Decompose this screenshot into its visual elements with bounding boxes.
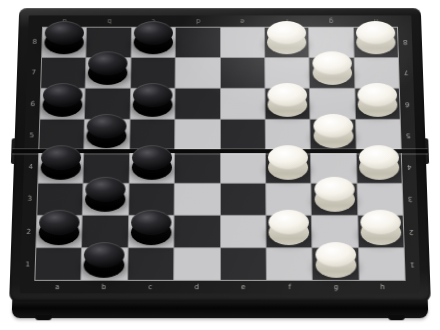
black-checker-b3[interactable] (85, 177, 126, 213)
white-checker-h4[interactable] (359, 145, 400, 181)
black-checker-b7[interactable] (88, 52, 128, 86)
rank-label-8: 8 (27, 27, 42, 58)
white-checker-f6[interactable] (268, 83, 308, 118)
board-foot-left (35, 315, 52, 320)
white-checker-g5[interactable] (313, 114, 353, 149)
photo-background: abcdefgh abcdefgh 87654321 87654321 (0, 0, 440, 330)
black-checker-a6[interactable] (42, 83, 83, 118)
rank-label-7: 7 (26, 57, 41, 88)
black-checker-b1[interactable] (84, 242, 125, 279)
piece-layer (34, 27, 405, 281)
file-label-a: a (34, 281, 81, 293)
rank-label-6: 6 (25, 88, 40, 119)
rank-label-5: 5 (24, 120, 39, 152)
black-checker-c6[interactable] (132, 83, 172, 118)
black-checker-a4[interactable] (40, 145, 81, 181)
file-label-d: d (173, 281, 220, 293)
piece-top-face (269, 209, 310, 234)
piece-top-face (132, 145, 172, 170)
file-label-d: d (176, 15, 220, 26)
file-labels-top: abcdefgh (42, 15, 398, 26)
file-label-e: e (220, 281, 267, 293)
piece-top-face (360, 209, 401, 234)
black-checker-c8[interactable] (133, 21, 173, 55)
black-checker-a2[interactable] (38, 209, 79, 245)
piece-top-face (42, 83, 82, 107)
rank-label-6: 6 (400, 88, 415, 119)
rank-label-1: 1 (20, 248, 35, 281)
board-foot-right (388, 315, 405, 320)
white-checker-f8[interactable] (267, 21, 307, 55)
rank-label-5: 5 (401, 120, 416, 152)
black-checker-b5[interactable] (86, 114, 126, 149)
file-label-g: g (309, 15, 354, 26)
rank-label-3: 3 (22, 183, 37, 215)
rank-label-4: 4 (402, 151, 417, 183)
file-label-b: b (80, 281, 127, 293)
rank-label-8: 8 (398, 27, 413, 58)
file-labels-bottom: abcdefgh (34, 281, 406, 293)
white-checker-g3[interactable] (314, 177, 355, 213)
white-checker-h6[interactable] (357, 83, 398, 118)
file-label-c: c (127, 281, 174, 293)
rank-label-3: 3 (403, 183, 418, 215)
piece-top-face (313, 114, 353, 138)
black-checker-c2[interactable] (130, 209, 171, 245)
piece-top-face (39, 209, 80, 234)
piece-top-face (268, 83, 308, 107)
white-checker-h8[interactable] (356, 21, 396, 55)
piece-top-face (131, 209, 172, 234)
file-label-h: h (359, 281, 406, 293)
folding-chessboard: abcdefgh abcdefgh 87654321 87654321 (8, 8, 431, 320)
file-label-f: f (266, 281, 313, 293)
piece-top-face (133, 83, 173, 107)
rank-label-2: 2 (21, 215, 36, 248)
white-checker-g1[interactable] (315, 242, 356, 279)
rank-label-1: 1 (405, 248, 420, 281)
rank-label-4: 4 (23, 151, 38, 183)
file-label-g: g (313, 281, 360, 293)
file-label-b: b (87, 15, 132, 26)
board-frame: abcdefgh abcdefgh 87654321 87654321 (9, 8, 431, 302)
white-checker-h2[interactable] (360, 209, 401, 245)
file-label-e: e (220, 15, 264, 26)
white-checker-f4[interactable] (268, 145, 308, 181)
black-checker-c4[interactable] (131, 145, 171, 181)
piece-top-face (315, 242, 356, 267)
white-checker-f2[interactable] (269, 209, 310, 245)
piece-top-face (357, 83, 397, 107)
rank-label-2: 2 (404, 215, 419, 248)
white-checker-g7[interactable] (312, 52, 352, 86)
black-checker-a8[interactable] (44, 21, 84, 55)
rank-label-7: 7 (399, 57, 414, 88)
piece-top-face (133, 21, 172, 45)
